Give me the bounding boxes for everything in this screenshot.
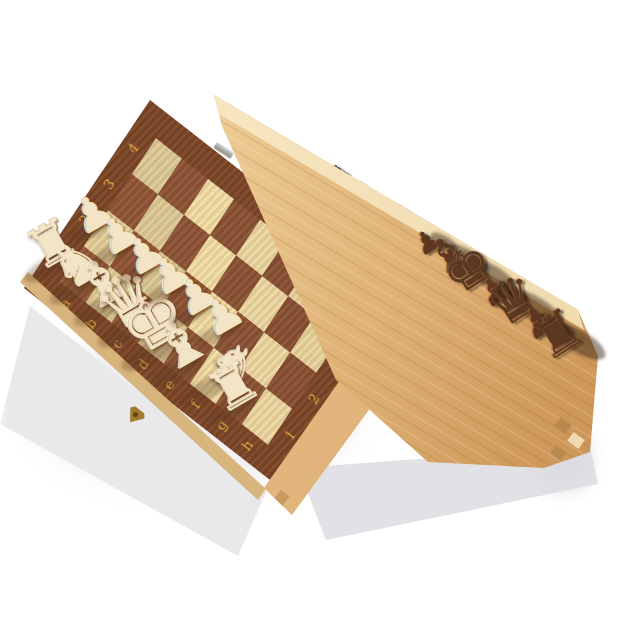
floor-shadow-band-end [536, 428, 590, 490]
black-Q-ridge-9: ♛ [475, 262, 549, 338]
black-K-ridge-7: ♚ [432, 232, 503, 305]
piece-shadow [460, 251, 521, 300]
black-B-ridge-4: ♝ [377, 190, 429, 243]
black-P-ridge-5: ♟ [409, 223, 447, 262]
piece-shadow [442, 239, 492, 279]
piece-shadow [550, 318, 611, 367]
finger-joint [414, 307, 429, 322]
product-photo-stage: abcdefgh44332211 ♟♟♞♝ ♜♞♝♛♚♝♞♜♟♟♟♟♟♟ ♟♝♚… [0, 0, 640, 640]
piece-shadow [428, 229, 461, 255]
black-P-ridge-2: ♟ [346, 173, 377, 205]
black-P-ridge-1: ♟ [325, 158, 354, 187]
piece-shadow [536, 308, 579, 342]
black-P-ridge-8: ♟ [471, 268, 517, 315]
black-B-ridge-6: ♝ [418, 224, 477, 284]
black-P-ridge-10: ♟ [513, 297, 563, 349]
finger-joint [273, 490, 289, 506]
finger-joint [402, 297, 420, 314]
piece-shadow [493, 277, 532, 308]
piece-shadow [504, 283, 567, 334]
black-R-ridge-11: ♜ [522, 298, 593, 371]
black-N-ridge-3: ♞ [355, 186, 400, 229]
clasp-hole [133, 412, 138, 417]
